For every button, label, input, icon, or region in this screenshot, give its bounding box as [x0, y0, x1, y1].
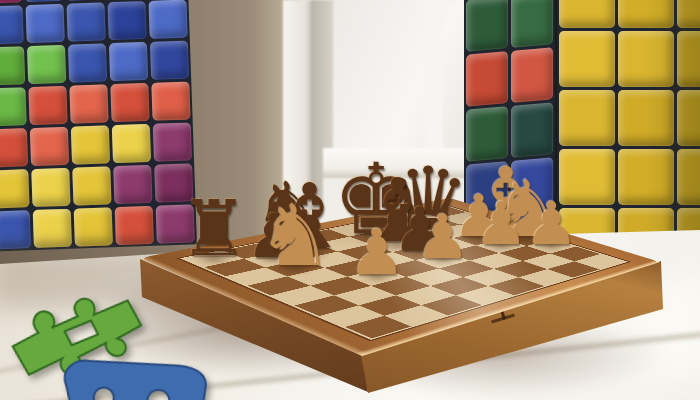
toy-block [115, 206, 154, 245]
toy-block [677, 90, 700, 146]
toy-block [466, 0, 508, 52]
toy-block [28, 86, 67, 125]
toy-block [72, 166, 111, 205]
toy-block [559, 0, 615, 28]
piece-light-pawn-g4[interactable]: ♟ [475, 194, 528, 253]
toy-block [24, 0, 63, 2]
toy-block-wall-left [0, 0, 197, 252]
toy-block [618, 0, 674, 28]
toy-block [0, 169, 30, 208]
window-mullion [425, 0, 443, 150]
toy-block [27, 45, 66, 84]
toy-block [153, 122, 192, 161]
toy-block [618, 31, 674, 87]
toy-block [74, 207, 113, 246]
toy-block [30, 127, 69, 166]
toy-block [559, 31, 615, 87]
toy-block [33, 209, 72, 248]
toy-block [107, 1, 146, 40]
piece-light-pawn-c4[interactable]: ♟ [349, 221, 406, 284]
toy-block [148, 0, 187, 39]
toy-block [618, 149, 674, 205]
toy-block [677, 0, 700, 28]
toy-block [150, 41, 189, 80]
toy-block [65, 0, 104, 1]
window-pane [333, 0, 475, 150]
toy-block [66, 2, 105, 41]
piece-light-pawn-h3[interactable]: ♟ [525, 194, 578, 253]
toy-block [112, 124, 151, 163]
toy-block [26, 4, 65, 43]
toy-block [71, 125, 110, 164]
piece-light-knight-b6[interactable]: ♞ [257, 194, 332, 278]
toy-block [113, 165, 152, 204]
toy-block [68, 43, 107, 82]
toy-block [0, 0, 22, 4]
scene: ♜♞♟♝♚♞♝♛♟♟♝♟♟♟♞♟ [0, 0, 700, 400]
toy-block [618, 90, 674, 146]
toy-block [559, 90, 615, 146]
toy-block [110, 83, 149, 122]
toy-block [0, 128, 28, 167]
toy-block [0, 46, 25, 85]
toy-block [31, 168, 70, 207]
toy-block [0, 5, 24, 44]
piece-dark-rook-a8[interactable]: ♜ [179, 191, 248, 268]
toy-block [466, 51, 508, 107]
toy-block [677, 149, 700, 205]
toy-block [0, 87, 27, 126]
toy-block [511, 47, 553, 103]
toy-block [511, 0, 553, 48]
toy-block [677, 31, 700, 87]
piece-light-pawn-e4[interactable]: ♟ [415, 207, 470, 268]
toy-block [151, 81, 190, 120]
toy-block [69, 84, 108, 123]
toy-block [0, 210, 31, 249]
toy-block [109, 42, 148, 81]
